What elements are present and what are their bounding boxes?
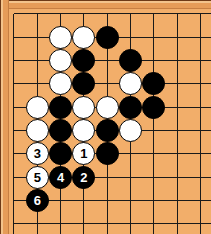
board-cell[interactable] — [189, 26, 211, 49]
board-cell[interactable] — [119, 26, 142, 49]
board-cell[interactable]: 6 — [26, 189, 49, 212]
black-stone — [119, 96, 142, 119]
white-stone: 5 — [26, 166, 49, 189]
board-cell[interactable] — [189, 142, 211, 165]
board-cell[interactable] — [72, 26, 95, 49]
board-cell[interactable] — [49, 189, 72, 212]
board-cell[interactable] — [142, 49, 165, 72]
board-cell[interactable] — [119, 166, 142, 189]
board-cell[interactable] — [189, 212, 211, 234]
board-cell[interactable] — [166, 166, 189, 189]
board-cell[interactable] — [72, 119, 95, 142]
move-number: 1 — [80, 147, 87, 160]
board-cell[interactable] — [166, 142, 189, 165]
board-cell[interactable] — [49, 212, 72, 234]
move-number: 2 — [80, 171, 87, 184]
white-stone: 1 — [72, 142, 95, 165]
black-stone — [142, 96, 165, 119]
board-cell[interactable] — [142, 26, 165, 49]
move-number: 5 — [34, 171, 41, 184]
board-cell[interactable] — [166, 26, 189, 49]
board-cell[interactable] — [72, 96, 95, 119]
board-cell[interactable] — [119, 119, 142, 142]
white-stone — [26, 119, 49, 142]
white-stone: 3 — [26, 142, 49, 165]
board-cell[interactable] — [189, 189, 211, 212]
board-cell[interactable] — [49, 26, 72, 49]
board-cell[interactable] — [96, 119, 119, 142]
board-cell[interactable] — [189, 166, 211, 189]
board-cell[interactable]: 1 — [72, 142, 95, 165]
board-cell[interactable] — [96, 72, 119, 95]
black-stone — [49, 119, 72, 142]
white-stone — [119, 72, 142, 95]
board-frame-left — [0, 0, 9, 234]
board-cell[interactable] — [119, 72, 142, 95]
board-cell[interactable]: 3 — [26, 142, 49, 165]
board-cell[interactable] — [142, 166, 165, 189]
black-stone — [96, 142, 119, 165]
white-stone — [26, 96, 49, 119]
board-cell[interactable] — [96, 142, 119, 165]
board-frame-top — [0, 0, 211, 9]
board-cell[interactable] — [189, 119, 211, 142]
board-cell[interactable] — [96, 49, 119, 72]
board-cell[interactable] — [26, 96, 49, 119]
board-cell[interactable] — [142, 72, 165, 95]
board-cell[interactable] — [49, 72, 72, 95]
board-cell[interactable] — [72, 72, 95, 95]
board-cell[interactable] — [119, 212, 142, 234]
board-cell[interactable] — [142, 189, 165, 212]
white-stone — [49, 72, 72, 95]
board-cell[interactable] — [119, 189, 142, 212]
board-cell[interactable] — [49, 142, 72, 165]
move-number: 6 — [34, 194, 41, 207]
black-stone — [72, 72, 95, 95]
board-cell[interactable] — [26, 119, 49, 142]
black-stone: 4 — [49, 166, 72, 189]
black-stone — [96, 119, 119, 142]
board-cell[interactable] — [142, 142, 165, 165]
go-board: 315426 — [2, 2, 211, 234]
black-stone — [142, 72, 165, 95]
board-cell[interactable] — [96, 26, 119, 49]
board-cell[interactable] — [142, 119, 165, 142]
board-cell[interactable] — [72, 189, 95, 212]
board-cell[interactable] — [189, 49, 211, 72]
board-cell[interactable]: 4 — [49, 166, 72, 189]
black-stone: 2 — [72, 166, 95, 189]
board-cell[interactable] — [119, 96, 142, 119]
board-cell[interactable] — [72, 49, 95, 72]
black-stone — [119, 49, 142, 72]
board-cell[interactable] — [72, 212, 95, 234]
board-cell[interactable] — [26, 72, 49, 95]
black-stone — [96, 26, 119, 49]
board-cell[interactable] — [26, 26, 49, 49]
white-stone — [119, 119, 142, 142]
board-cell[interactable]: 5 — [26, 166, 49, 189]
board-cell[interactable] — [26, 212, 49, 234]
move-number: 3 — [34, 147, 41, 160]
board-cell[interactable] — [96, 96, 119, 119]
board-cell[interactable] — [49, 119, 72, 142]
go-board-diagram: 315426 — [0, 0, 211, 234]
board-cell[interactable] — [26, 49, 49, 72]
black-stone: 6 — [26, 189, 49, 212]
board-cell[interactable] — [166, 96, 189, 119]
board-cell[interactable] — [119, 49, 142, 72]
white-stone — [49, 49, 72, 72]
board-cell[interactable] — [96, 189, 119, 212]
black-stone — [49, 96, 72, 119]
board-cell[interactable] — [166, 72, 189, 95]
board-cell[interactable] — [166, 189, 189, 212]
board-cell[interactable] — [166, 119, 189, 142]
black-stone — [72, 49, 95, 72]
board-cell[interactable] — [96, 212, 119, 234]
move-number: 4 — [57, 171, 64, 184]
board-cell[interactable] — [189, 96, 211, 119]
white-stone — [72, 26, 95, 49]
board-cell[interactable] — [189, 72, 211, 95]
white-stone — [72, 96, 95, 119]
board-cell[interactable] — [49, 49, 72, 72]
board-cell[interactable] — [166, 49, 189, 72]
black-stone — [49, 142, 72, 165]
board-cell[interactable] — [96, 166, 119, 189]
board-cell[interactable] — [166, 212, 189, 234]
board-cell[interactable] — [49, 96, 72, 119]
white-stone — [96, 96, 119, 119]
board-cell[interactable]: 2 — [72, 166, 95, 189]
white-stone — [72, 119, 95, 142]
board-cell[interactable] — [119, 142, 142, 165]
board-cell[interactable] — [142, 96, 165, 119]
white-stone — [49, 26, 72, 49]
board-cell[interactable] — [142, 212, 165, 234]
